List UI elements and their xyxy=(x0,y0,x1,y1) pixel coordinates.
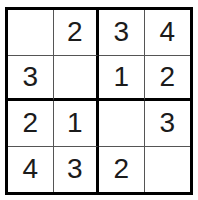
cell-r1c4[interactable]: 4 xyxy=(145,10,191,56)
cell-r2c2[interactable] xyxy=(54,56,100,102)
sudoku-board: 2 3 4 3 1 2 2 1 3 4 3 2 xyxy=(5,7,193,195)
cell-r1c2[interactable]: 2 xyxy=(54,10,100,56)
cell-r1c1[interactable] xyxy=(8,10,54,56)
cell-r2c4[interactable]: 2 xyxy=(145,56,191,102)
cell-r4c4[interactable] xyxy=(145,147,191,193)
cell-r3c3[interactable] xyxy=(99,101,145,147)
cell-r3c2[interactable]: 1 xyxy=(54,101,100,147)
cell-r2c3[interactable]: 1 xyxy=(99,56,145,102)
cell-r1c3[interactable]: 3 xyxy=(99,10,145,56)
cell-r3c4[interactable]: 3 xyxy=(145,101,191,147)
cell-r2c1[interactable]: 3 xyxy=(8,56,54,102)
cell-r3c1[interactable]: 2 xyxy=(8,101,54,147)
cell-r4c2[interactable]: 3 xyxy=(54,147,100,193)
cell-r4c3[interactable]: 2 xyxy=(99,147,145,193)
cell-r4c1[interactable]: 4 xyxy=(8,147,54,193)
